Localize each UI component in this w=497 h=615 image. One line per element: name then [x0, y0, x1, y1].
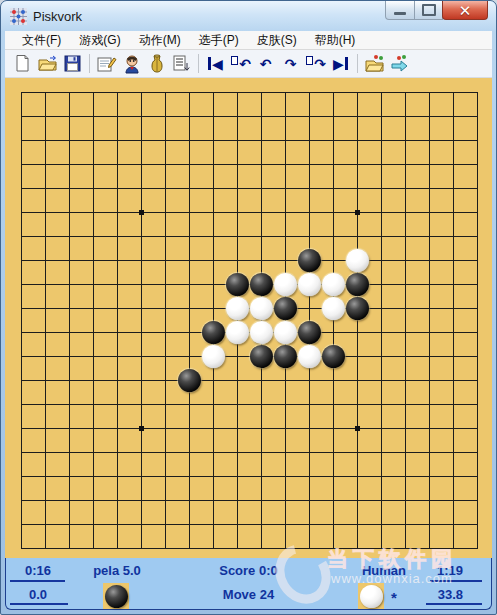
- board-intersection[interactable]: [33, 512, 57, 536]
- board-intersection[interactable]: [105, 224, 129, 248]
- board-intersection[interactable]: [273, 536, 297, 560]
- board-intersection[interactable]: [57, 224, 81, 248]
- board-intersection[interactable]: [369, 416, 393, 440]
- board-intersection[interactable]: [105, 368, 129, 392]
- menu-item-help[interactable]: 帮助(H): [306, 31, 365, 50]
- board-intersection[interactable]: [129, 440, 153, 464]
- board-intersection[interactable]: [33, 488, 57, 512]
- board-intersection[interactable]: [153, 416, 177, 440]
- board-intersection[interactable]: [249, 152, 273, 176]
- board-intersection[interactable]: [393, 200, 417, 224]
- board-intersection[interactable]: [225, 416, 249, 440]
- board-intersection[interactable]: [345, 368, 369, 392]
- board-intersection[interactable]: [201, 416, 225, 440]
- board-intersection[interactable]: [153, 344, 177, 368]
- board-intersection[interactable]: [297, 176, 321, 200]
- board-intersection[interactable]: [225, 536, 249, 560]
- board-intersection[interactable]: [297, 128, 321, 152]
- board-intersection[interactable]: [441, 200, 465, 224]
- board-intersection[interactable]: [297, 344, 321, 368]
- board-intersection[interactable]: [297, 320, 321, 344]
- board-intersection[interactable]: [129, 344, 153, 368]
- board-intersection[interactable]: [273, 224, 297, 248]
- board-intersection[interactable]: [345, 440, 369, 464]
- board-intersection[interactable]: [393, 80, 417, 104]
- board-intersection[interactable]: [441, 80, 465, 104]
- board-intersection[interactable]: [9, 368, 33, 392]
- board-intersection[interactable]: [417, 176, 441, 200]
- board-intersection[interactable]: [225, 488, 249, 512]
- board-intersection[interactable]: [465, 368, 489, 392]
- board-intersection[interactable]: [417, 200, 441, 224]
- board-intersection[interactable]: [441, 176, 465, 200]
- board-intersection[interactable]: [273, 320, 297, 344]
- board-intersection[interactable]: [393, 104, 417, 128]
- menu-item-action[interactable]: 动作(M): [130, 31, 190, 50]
- board-intersection[interactable]: [153, 104, 177, 128]
- board-intersection[interactable]: [345, 80, 369, 104]
- board-intersection[interactable]: [33, 344, 57, 368]
- board-intersection[interactable]: [33, 416, 57, 440]
- board-intersection[interactable]: [297, 368, 321, 392]
- board-intersection[interactable]: [465, 80, 489, 104]
- board-intersection[interactable]: [345, 224, 369, 248]
- board-intersection[interactable]: [273, 416, 297, 440]
- board-intersection[interactable]: [321, 128, 345, 152]
- move-list-button[interactable]: [169, 52, 194, 75]
- board-intersection[interactable]: [81, 536, 105, 560]
- go-last-move-button[interactable]: ▶: [328, 52, 353, 75]
- board-intersection[interactable]: [441, 128, 465, 152]
- board-intersection[interactable]: [9, 416, 33, 440]
- board-intersection[interactable]: [57, 344, 81, 368]
- board-intersection[interactable]: [369, 344, 393, 368]
- menu-item-game[interactable]: 游戏(G): [70, 31, 129, 50]
- board-intersection[interactable]: [345, 272, 369, 296]
- board-intersection[interactable]: [81, 344, 105, 368]
- board-intersection[interactable]: [465, 272, 489, 296]
- board-intersection[interactable]: [57, 320, 81, 344]
- board-intersection[interactable]: [201, 200, 225, 224]
- board-intersection[interactable]: [297, 152, 321, 176]
- board-intersection[interactable]: [81, 176, 105, 200]
- board-intersection[interactable]: [249, 536, 273, 560]
- menu-item-skin[interactable]: 皮肤(S): [248, 31, 306, 50]
- board-intersection[interactable]: [417, 344, 441, 368]
- board-intersection[interactable]: [129, 320, 153, 344]
- board-intersection[interactable]: [321, 320, 345, 344]
- menu-item-file[interactable]: 文件(F): [13, 31, 70, 50]
- board-intersection[interactable]: [393, 272, 417, 296]
- board-intersection[interactable]: [249, 320, 273, 344]
- board-intersection[interactable]: [297, 440, 321, 464]
- board-intersection[interactable]: [129, 392, 153, 416]
- board-intersection[interactable]: [105, 200, 129, 224]
- board-intersection[interactable]: [57, 104, 81, 128]
- board-intersection[interactable]: [273, 512, 297, 536]
- board-intersection[interactable]: [273, 104, 297, 128]
- board-intersection[interactable]: [441, 464, 465, 488]
- board-intersection[interactable]: [81, 512, 105, 536]
- board-intersection[interactable]: [441, 344, 465, 368]
- board-intersection[interactable]: [9, 344, 33, 368]
- board-intersection[interactable]: [369, 104, 393, 128]
- board-intersection[interactable]: [249, 296, 273, 320]
- board-intersection[interactable]: [225, 152, 249, 176]
- board-intersection[interactable]: [369, 128, 393, 152]
- board-intersection[interactable]: [201, 224, 225, 248]
- board-intersection[interactable]: [57, 440, 81, 464]
- board-intersection[interactable]: [57, 248, 81, 272]
- board-intersection[interactable]: [417, 320, 441, 344]
- board-intersection[interactable]: [153, 464, 177, 488]
- board-intersection[interactable]: [153, 128, 177, 152]
- board-intersection[interactable]: [321, 392, 345, 416]
- board-intersection[interactable]: [273, 488, 297, 512]
- board-intersection[interactable]: [417, 440, 441, 464]
- board-intersection[interactable]: [321, 536, 345, 560]
- board-intersection[interactable]: [369, 176, 393, 200]
- board-intersection[interactable]: [81, 296, 105, 320]
- menu-item-players[interactable]: 选手(P): [190, 31, 248, 50]
- board-intersection[interactable]: [273, 392, 297, 416]
- board-intersection[interactable]: [297, 104, 321, 128]
- board-intersection[interactable]: [225, 248, 249, 272]
- board-intersection[interactable]: [297, 536, 321, 560]
- board-intersection[interactable]: [153, 512, 177, 536]
- board-intersection[interactable]: [201, 176, 225, 200]
- board-intersection[interactable]: [345, 176, 369, 200]
- board-intersection[interactable]: [201, 272, 225, 296]
- board-intersection[interactable]: [345, 320, 369, 344]
- board-intersection[interactable]: [81, 80, 105, 104]
- board-intersection[interactable]: [345, 248, 369, 272]
- save-file-button[interactable]: [60, 52, 85, 75]
- board-intersection[interactable]: [441, 536, 465, 560]
- board-intersection[interactable]: [297, 272, 321, 296]
- board-intersection[interactable]: [417, 536, 441, 560]
- board-intersection[interactable]: [321, 152, 345, 176]
- board-intersection[interactable]: [465, 488, 489, 512]
- board-intersection[interactable]: [441, 416, 465, 440]
- board-intersection[interactable]: [321, 272, 345, 296]
- board-intersection[interactable]: [105, 296, 129, 320]
- board-intersection[interactable]: [129, 536, 153, 560]
- board-intersection[interactable]: [9, 200, 33, 224]
- board-intersection[interactable]: [105, 176, 129, 200]
- board-intersection[interactable]: [225, 128, 249, 152]
- board-intersection[interactable]: [249, 272, 273, 296]
- board-intersection[interactable]: [129, 272, 153, 296]
- board-intersection[interactable]: [105, 416, 129, 440]
- board-intersection[interactable]: [465, 104, 489, 128]
- board-intersection[interactable]: [441, 152, 465, 176]
- board-intersection[interactable]: [33, 368, 57, 392]
- open-file-button[interactable]: [35, 52, 60, 75]
- board-intersection[interactable]: [225, 104, 249, 128]
- board-intersection[interactable]: [129, 512, 153, 536]
- board-intersection[interactable]: [249, 488, 273, 512]
- board-intersection[interactable]: [177, 464, 201, 488]
- board-intersection[interactable]: [369, 464, 393, 488]
- board-intersection[interactable]: [105, 344, 129, 368]
- board-intersection[interactable]: [153, 80, 177, 104]
- board-intersection[interactable]: [273, 200, 297, 224]
- board-intersection[interactable]: [81, 416, 105, 440]
- board-intersection[interactable]: [105, 80, 129, 104]
- board-intersection[interactable]: [297, 392, 321, 416]
- board-intersection[interactable]: [249, 392, 273, 416]
- board-intersection[interactable]: [417, 464, 441, 488]
- board-intersection[interactable]: [57, 536, 81, 560]
- redo-all-button[interactable]: ↷: [303, 52, 328, 75]
- board-intersection[interactable]: [177, 344, 201, 368]
- board-intersection[interactable]: [273, 296, 297, 320]
- board-intersection[interactable]: [57, 296, 81, 320]
- board-intersection[interactable]: [345, 296, 369, 320]
- board-intersection[interactable]: [441, 368, 465, 392]
- board-intersection[interactable]: [273, 368, 297, 392]
- board-intersection[interactable]: [273, 464, 297, 488]
- board-intersection[interactable]: [417, 104, 441, 128]
- board-intersection[interactable]: [9, 272, 33, 296]
- board-intersection[interactable]: [81, 248, 105, 272]
- board-intersection[interactable]: [273, 176, 297, 200]
- board-intersection[interactable]: [465, 320, 489, 344]
- board-intersection[interactable]: [321, 200, 345, 224]
- board-intersection[interactable]: [177, 176, 201, 200]
- board-intersection[interactable]: [153, 152, 177, 176]
- board-intersection[interactable]: [369, 200, 393, 224]
- board-intersection[interactable]: [81, 224, 105, 248]
- board-intersection[interactable]: [273, 272, 297, 296]
- board-intersection[interactable]: [177, 320, 201, 344]
- board-intersection[interactable]: [81, 488, 105, 512]
- board-intersection[interactable]: [225, 512, 249, 536]
- board-intersection[interactable]: [249, 128, 273, 152]
- board-intersection[interactable]: [201, 536, 225, 560]
- board-intersection[interactable]: [393, 488, 417, 512]
- board-intersection[interactable]: [201, 512, 225, 536]
- board-intersection[interactable]: [273, 152, 297, 176]
- board-intersection[interactable]: [153, 248, 177, 272]
- board-intersection[interactable]: [393, 152, 417, 176]
- board-intersection[interactable]: [201, 152, 225, 176]
- board-intersection[interactable]: [105, 320, 129, 344]
- close-button[interactable]: ✕: [442, 1, 488, 20]
- board-intersection[interactable]: [225, 368, 249, 392]
- board-intersection[interactable]: [297, 248, 321, 272]
- board-intersection[interactable]: [225, 296, 249, 320]
- board-intersection[interactable]: [225, 224, 249, 248]
- board-intersection[interactable]: [297, 296, 321, 320]
- board-intersection[interactable]: [105, 464, 129, 488]
- board-intersection[interactable]: [345, 128, 369, 152]
- board-intersection[interactable]: [129, 416, 153, 440]
- board-intersection[interactable]: [393, 512, 417, 536]
- continue-game-button[interactable]: [387, 52, 412, 75]
- board-intersection[interactable]: [201, 344, 225, 368]
- board-intersection[interactable]: [441, 512, 465, 536]
- board-intersection[interactable]: [441, 440, 465, 464]
- board-intersection[interactable]: [369, 80, 393, 104]
- board-intersection[interactable]: [105, 488, 129, 512]
- board-intersection[interactable]: [297, 488, 321, 512]
- board-intersection[interactable]: [177, 536, 201, 560]
- board-intersection[interactable]: [345, 416, 369, 440]
- board-intersection[interactable]: [465, 344, 489, 368]
- board-intersection[interactable]: [177, 512, 201, 536]
- board-intersection[interactable]: [417, 152, 441, 176]
- board-intersection[interactable]: [129, 464, 153, 488]
- board-intersection[interactable]: [393, 368, 417, 392]
- board-intersection[interactable]: [393, 344, 417, 368]
- board-intersection[interactable]: [81, 104, 105, 128]
- board-intersection[interactable]: [129, 80, 153, 104]
- board-intersection[interactable]: [225, 200, 249, 224]
- load-position-button[interactable]: [362, 52, 387, 75]
- board-intersection[interactable]: [177, 296, 201, 320]
- board-intersection[interactable]: [177, 224, 201, 248]
- board-intersection[interactable]: [201, 104, 225, 128]
- board-intersection[interactable]: [393, 440, 417, 464]
- board-intersection[interactable]: [321, 344, 345, 368]
- board-intersection[interactable]: [201, 488, 225, 512]
- board-intersection[interactable]: [249, 224, 273, 248]
- board-intersection[interactable]: [441, 320, 465, 344]
- board-intersection[interactable]: [33, 176, 57, 200]
- board-intersection[interactable]: [153, 296, 177, 320]
- board-intersection[interactable]: [297, 80, 321, 104]
- board-intersection[interactable]: [153, 488, 177, 512]
- board-intersection[interactable]: [297, 464, 321, 488]
- board-intersection[interactable]: [417, 512, 441, 536]
- board-intersection[interactable]: [393, 416, 417, 440]
- board-intersection[interactable]: [105, 536, 129, 560]
- board-intersection[interactable]: [153, 368, 177, 392]
- board-intersection[interactable]: [129, 488, 153, 512]
- board-intersection[interactable]: [129, 152, 153, 176]
- board-intersection[interactable]: [249, 176, 273, 200]
- board-intersection[interactable]: [105, 440, 129, 464]
- board-intersection[interactable]: [129, 128, 153, 152]
- board-intersection[interactable]: [297, 512, 321, 536]
- board-intersection[interactable]: [297, 416, 321, 440]
- board-intersection[interactable]: [105, 104, 129, 128]
- board-intersection[interactable]: [273, 80, 297, 104]
- go-first-move-button[interactable]: ◀: [203, 52, 228, 75]
- board-intersection[interactable]: [465, 200, 489, 224]
- board-intersection[interactable]: [441, 488, 465, 512]
- board-intersection[interactable]: [57, 512, 81, 536]
- board-intersection[interactable]: [369, 368, 393, 392]
- board-intersection[interactable]: [33, 248, 57, 272]
- board-intersection[interactable]: [225, 464, 249, 488]
- board-intersection[interactable]: [417, 272, 441, 296]
- board-intersection[interactable]: [417, 224, 441, 248]
- board-intersection[interactable]: [393, 128, 417, 152]
- board-intersection[interactable]: [249, 80, 273, 104]
- board-intersection[interactable]: [177, 488, 201, 512]
- board-intersection[interactable]: [201, 80, 225, 104]
- board-intersection[interactable]: [345, 464, 369, 488]
- board-intersection[interactable]: [369, 512, 393, 536]
- board-intersection[interactable]: [57, 488, 81, 512]
- board-intersection[interactable]: [33, 200, 57, 224]
- board-intersection[interactable]: [345, 392, 369, 416]
- board-intersection[interactable]: [297, 200, 321, 224]
- board-intersection[interactable]: [369, 272, 393, 296]
- board-intersection[interactable]: [201, 464, 225, 488]
- board-intersection[interactable]: [225, 80, 249, 104]
- minimize-button[interactable]: [385, 1, 415, 20]
- board-intersection[interactable]: [441, 392, 465, 416]
- board-intersection[interactable]: [369, 248, 393, 272]
- board-intersection[interactable]: [345, 344, 369, 368]
- board-intersection[interactable]: [33, 128, 57, 152]
- board-intersection[interactable]: [225, 272, 249, 296]
- board-intersection[interactable]: [105, 128, 129, 152]
- board-intersection[interactable]: [249, 200, 273, 224]
- board-intersection[interactable]: [369, 488, 393, 512]
- board-intersection[interactable]: [369, 224, 393, 248]
- board-intersection[interactable]: [249, 464, 273, 488]
- board-intersection[interactable]: [33, 152, 57, 176]
- board-intersection[interactable]: [345, 512, 369, 536]
- board-intersection[interactable]: [81, 440, 105, 464]
- board-intersection[interactable]: [465, 536, 489, 560]
- game-settings-button[interactable]: [94, 52, 119, 75]
- board-intersection[interactable]: [129, 104, 153, 128]
- board-intersection[interactable]: [81, 200, 105, 224]
- board-intersection[interactable]: [465, 440, 489, 464]
- board-intersection[interactable]: [369, 152, 393, 176]
- board-intersection[interactable]: [321, 488, 345, 512]
- board-intersection[interactable]: [9, 224, 33, 248]
- board-intersection[interactable]: [105, 152, 129, 176]
- board-intersection[interactable]: [417, 80, 441, 104]
- board-intersection[interactable]: [201, 320, 225, 344]
- board-intersection[interactable]: [369, 392, 393, 416]
- board-intersection[interactable]: [225, 176, 249, 200]
- board-intersection[interactable]: [249, 248, 273, 272]
- board-intersection[interactable]: [57, 152, 81, 176]
- board-intersection[interactable]: [465, 296, 489, 320]
- board-intersection[interactable]: [321, 464, 345, 488]
- board-intersection[interactable]: [369, 536, 393, 560]
- board-intersection[interactable]: [129, 200, 153, 224]
- board-intersection[interactable]: [177, 128, 201, 152]
- board-intersection[interactable]: [129, 296, 153, 320]
- board-intersection[interactable]: [345, 488, 369, 512]
- board-intersection[interactable]: [81, 320, 105, 344]
- board-intersection[interactable]: [81, 368, 105, 392]
- board-intersection[interactable]: [129, 248, 153, 272]
- board-intersection[interactable]: [369, 320, 393, 344]
- board-intersection[interactable]: [33, 80, 57, 104]
- board-intersection[interactable]: [249, 440, 273, 464]
- maximize-button[interactable]: [414, 1, 443, 20]
- board-intersection[interactable]: [177, 80, 201, 104]
- board-intersection[interactable]: [9, 128, 33, 152]
- board-intersection[interactable]: [321, 80, 345, 104]
- board-intersection[interactable]: [9, 248, 33, 272]
- board-intersection[interactable]: [465, 224, 489, 248]
- board-intersection[interactable]: [249, 512, 273, 536]
- board-intersection[interactable]: [465, 128, 489, 152]
- board-intersection[interactable]: [201, 368, 225, 392]
- board-intersection[interactable]: [105, 248, 129, 272]
